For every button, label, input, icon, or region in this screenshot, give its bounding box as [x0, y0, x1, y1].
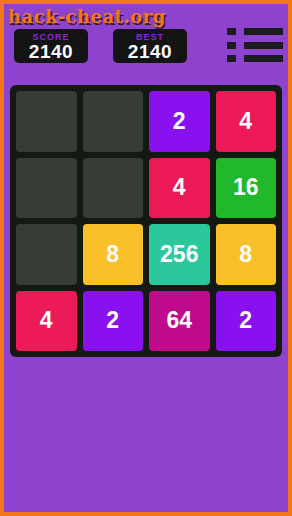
tile-256: 256 [149, 224, 210, 285]
list-menu-icon [227, 28, 283, 35]
tile-2: 2 [216, 291, 277, 352]
list-bullet-icon [227, 42, 236, 49]
list-menu-icon [227, 42, 283, 49]
tile-8: 8 [216, 224, 277, 285]
list-bullet-icon [227, 28, 236, 35]
best-value: 2140 [128, 42, 172, 61]
tile-4: 4 [149, 158, 210, 219]
empty-cell [16, 158, 77, 219]
tile-8: 8 [83, 224, 144, 285]
score-box: SCORE 2140 [14, 29, 88, 63]
tile-16: 16 [216, 158, 277, 219]
empty-cell [83, 91, 144, 152]
list-line-icon [244, 55, 283, 62]
tile-4: 4 [16, 291, 77, 352]
empty-cell [16, 224, 77, 285]
tile-4: 4 [216, 91, 277, 152]
tile-64: 64 [149, 291, 210, 352]
empty-cell [16, 91, 77, 152]
tile-2: 2 [83, 291, 144, 352]
list-menu-icon [227, 55, 283, 62]
list-line-icon [244, 42, 283, 49]
best-box: BEST 2140 [113, 29, 187, 63]
game-board[interactable]: 244168256842642 [10, 85, 282, 357]
app-screen: hack-cheat.org SCORE 2140 BEST 2140 2441… [0, 0, 292, 516]
tile-2: 2 [149, 91, 210, 152]
list-bullet-icon [227, 55, 236, 62]
empty-cell [83, 158, 144, 219]
menu-button[interactable] [227, 28, 283, 62]
score-value: 2140 [29, 42, 73, 61]
list-line-icon [244, 28, 283, 35]
watermark: hack-cheat.org [8, 6, 166, 27]
